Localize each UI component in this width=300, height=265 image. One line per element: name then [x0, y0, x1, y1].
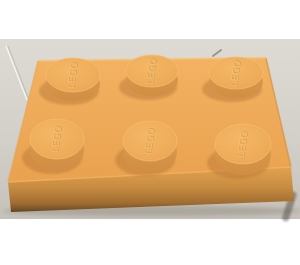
photo-scene: LEGO LEGO LEGO LEGO LEGO LEGO [0, 0, 300, 265]
lego-plate-photo: LEGO LEGO LEGO LEGO LEGO LEGO [0, 0, 300, 265]
surface-speck [213, 50, 221, 56]
surface-fiber-scratch [6, 46, 29, 100]
